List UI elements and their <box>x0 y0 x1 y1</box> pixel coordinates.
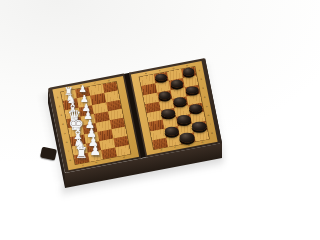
coordinate-label: c <box>109 159 111 161</box>
coordinate-label: 1 <box>198 69 200 71</box>
coordinate-label: h <box>201 141 203 143</box>
coordinate-label: 7 <box>67 151 69 153</box>
coordinate-label: 1 <box>56 96 58 98</box>
coordinate-label: a <box>82 164 84 166</box>
coordinate-label: g <box>172 67 174 69</box>
coordinate-label: 3 <box>60 114 62 116</box>
coordinate-label: f <box>174 147 175 149</box>
coordinate-label: 5 <box>205 105 207 107</box>
board-left-half: 12345678aabbccdd <box>48 73 141 173</box>
coordinate-label: 3 <box>202 87 204 89</box>
coordinate-label: b <box>80 85 82 87</box>
coordinate-label: h <box>186 65 188 67</box>
coordinate-label: 7 <box>209 124 211 126</box>
coordinate-label: 8 <box>211 133 213 135</box>
coordinate-label: b <box>95 162 97 164</box>
coordinate-label: 4 <box>204 96 206 98</box>
coordinate-label: c <box>94 82 96 84</box>
board-right-half: 12345678eeffgghh <box>129 58 222 158</box>
coordinate-label: 6 <box>207 115 209 117</box>
coordinate-label: e <box>160 149 162 151</box>
coordinate-label: 6 <box>65 142 67 144</box>
coordinate-label: a <box>66 88 68 90</box>
case-latch <box>40 147 57 161</box>
product-photo: 12345678aabbccdd 12345678eeffgghh ♜♟♞♟♝♟… <box>0 0 240 240</box>
coordinate-label: g <box>188 144 190 146</box>
coordinate-label: f <box>159 70 160 72</box>
coordinate-label: e <box>145 73 147 75</box>
coordinate-label: 5 <box>64 133 66 135</box>
coordinate-label: d <box>108 80 110 82</box>
coordinate-label: 4 <box>62 124 64 126</box>
coordinate-label: d <box>123 156 125 158</box>
coordinate-label: 2 <box>200 78 202 80</box>
coordinate-label: 2 <box>58 105 60 107</box>
coordinate-label: 8 <box>69 160 71 162</box>
